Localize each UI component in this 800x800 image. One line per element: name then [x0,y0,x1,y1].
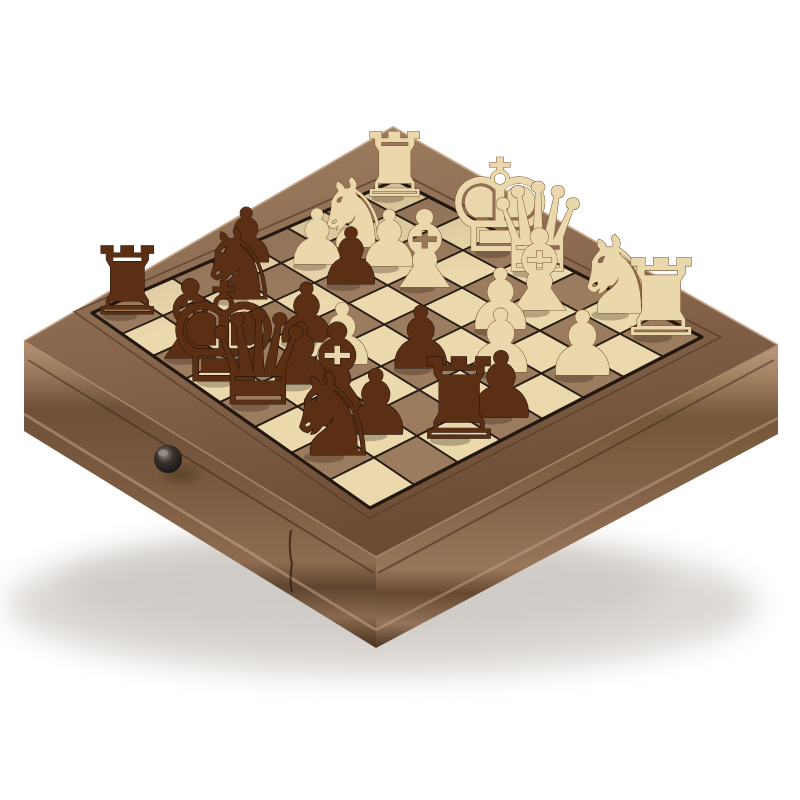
drawer-knob-highlight [158,450,168,457]
black-knight-icon: ♞ [281,348,384,482]
piece-white-pawn-a3[interactable]: ♟ [543,292,623,396]
drawer-knob[interactable] [154,445,182,473]
white-rook-icon: ♜ [613,237,708,360]
piece-white-rook-a1[interactable]: ♜ [613,237,708,360]
white-pawn-icon: ♟ [543,292,623,396]
piece-black-knight-b8[interactable]: ♞ [281,348,384,482]
chess-set-photo: ♜♞♚♟♟♟♛♟♝♞♝♞♜♟♜♟♝♟♟♟♟♚♟♛♝♟♟♜♞ [0,0,800,800]
black-rook-icon: ♜ [409,335,509,464]
piece-black-rook-a6[interactable]: ♜ [409,335,509,464]
